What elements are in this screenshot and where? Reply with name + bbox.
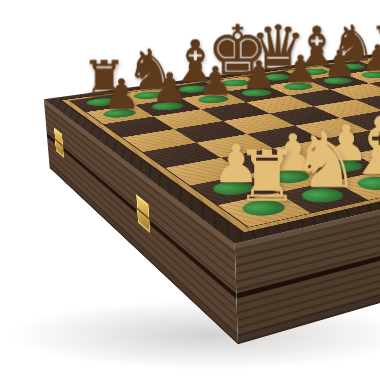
brass-clasp-left [53, 125, 64, 160]
chess-set-photo: ♜♞♝♛♚♝♞♜♟♟♟♟♟♟♟♟♟♟♟♟♟♟♟♟♜♞♝♛♚♝♞♜ [0, 0, 380, 380]
chess-case-top: ♜♞♝♛♚♝♞♜♟♟♟♟♟♟♟♟♟♟♟♟♟♟♟♟♜♞♝♛♚♝♞♜ [44, 51, 380, 244]
brass-clasp-right [135, 191, 151, 236]
pawn-glyph: ♟ [52, 74, 191, 116]
rook-glyph: ♜ [174, 141, 359, 211]
